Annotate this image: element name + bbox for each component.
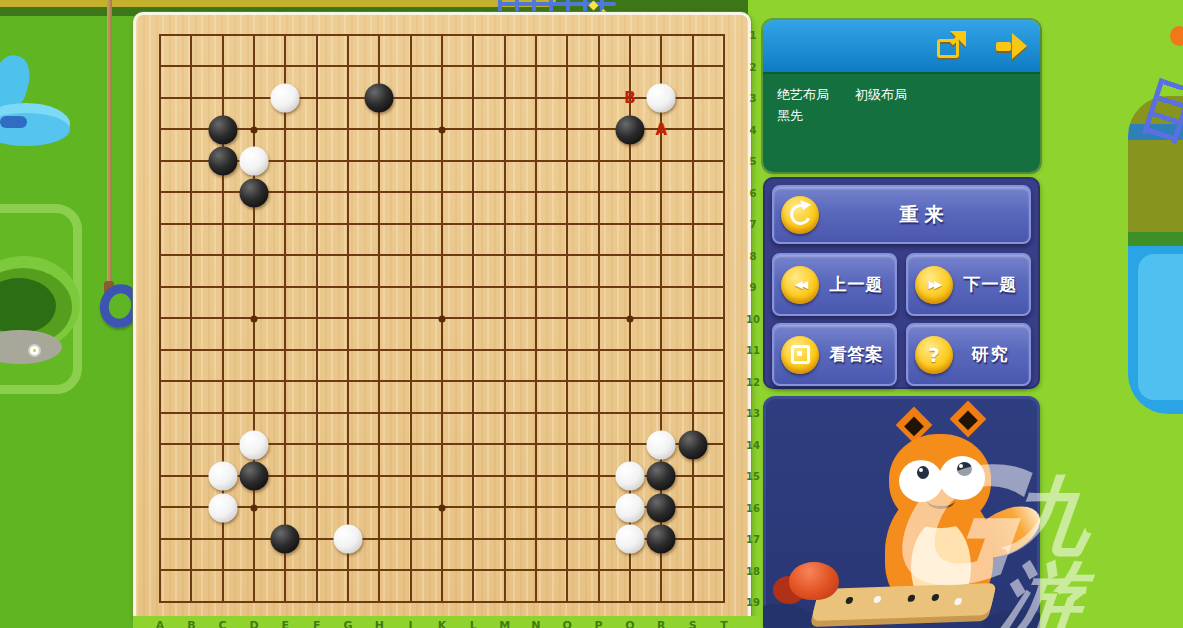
next-problem-button[interactable]: ▶▶ 下一题: [906, 253, 1031, 316]
black-stone: [365, 84, 394, 113]
column-coordinate-label: C: [219, 619, 227, 628]
study-button[interactable]: ? 研究: [906, 323, 1031, 386]
share-icon[interactable]: [934, 29, 968, 63]
fox-mouth: [927, 492, 955, 509]
row-coordinate-label: 8: [743, 250, 763, 261]
black-stone: [271, 525, 300, 554]
row-coordinate-label: 7: [743, 219, 763, 230]
fox-eye: [957, 462, 972, 476]
row-coordinate-label: 16: [743, 502, 763, 513]
black-stone: [615, 115, 644, 144]
answer-frame-icon: [781, 336, 819, 374]
row-coordinate-label: 18: [743, 565, 763, 576]
app-window: 12345678910111213141516171819ABCDEFGHJKL…: [0, 0, 1183, 628]
star-point: [438, 126, 445, 133]
black-stone: [239, 178, 268, 207]
black-stone: [678, 430, 707, 459]
show-answer-label: 看答案: [822, 325, 891, 384]
restart-button-label: 重来: [824, 187, 1025, 242]
column-coordinate-label: S: [689, 619, 697, 628]
column-coordinate-label: G: [343, 619, 352, 628]
star-point: [250, 504, 257, 511]
white-stone: [208, 462, 237, 491]
row-coordinate-label: 10: [743, 313, 763, 324]
leaf-decoration: [983, 610, 1040, 628]
forward-icon[interactable]: [994, 29, 1028, 63]
white-stone: [333, 525, 362, 554]
mini-go-board: [811, 583, 997, 621]
double-left-arrow-icon: ◀◀: [781, 266, 819, 304]
row-coordinate-label: 14: [743, 439, 763, 450]
white-stone: [208, 493, 237, 522]
star-point: [250, 315, 257, 322]
star-point: [438, 315, 445, 322]
previous-problem-label: 上一题: [822, 255, 891, 314]
row-coordinate-label: 12: [743, 376, 763, 387]
fox-ear: [950, 401, 987, 438]
column-coordinate-label: D: [249, 619, 258, 628]
stone-bowl: [789, 562, 839, 600]
column-coordinate-label: L: [470, 619, 477, 628]
black-stone: [239, 462, 268, 491]
double-right-arrow-icon: ▶▶: [915, 266, 953, 304]
problem-series-label: 绝艺布局: [777, 87, 829, 102]
column-coordinate-label: N: [531, 619, 540, 628]
problem-description: 绝艺布局初级布局 黑先: [763, 72, 1040, 172]
row-coordinate-label: 11: [743, 345, 763, 356]
star-point: [626, 315, 633, 322]
white-stone: [647, 430, 676, 459]
white-stone: [615, 493, 644, 522]
show-answer-button[interactable]: 看答案: [772, 323, 897, 386]
row-coordinate-label: 1: [743, 30, 763, 41]
row-coordinate-label: 3: [743, 93, 763, 104]
black-stone: [647, 525, 676, 554]
column-coordinate-label: Q: [625, 619, 634, 628]
problem-level-label: 初级布局: [855, 87, 907, 102]
mascot-panel: [763, 396, 1040, 628]
row-coordinate-label: 2: [743, 61, 763, 72]
question-mark-icon: ?: [915, 336, 953, 374]
column-coordinate-label: P: [595, 619, 603, 628]
controls-panel: 重来 ◀◀ 上一题 ▶▶ 下一题 看答案 ? 研究: [763, 177, 1040, 389]
column-coordinate-label: A: [156, 619, 165, 628]
row-coordinate-label: 15: [743, 471, 763, 482]
previous-problem-button[interactable]: ◀◀ 上一题: [772, 253, 897, 316]
white-stone: [615, 462, 644, 491]
row-coordinate-label: 4: [743, 124, 763, 135]
annotation-label-a: A: [655, 120, 667, 138]
column-coordinate-label: E: [282, 619, 290, 628]
black-stone: [647, 462, 676, 491]
row-coordinate-label: 19: [743, 597, 763, 608]
leaf-decoration: [763, 604, 815, 628]
row-coordinate-label: 6: [743, 187, 763, 198]
column-coordinate-label: M: [499, 619, 510, 628]
black-stone: [208, 147, 237, 176]
star-point: [438, 504, 445, 511]
annotation-label-b: B: [624, 89, 635, 107]
column-coordinate-label: O: [563, 619, 572, 628]
white-stone: [239, 147, 268, 176]
white-stone: [647, 84, 676, 113]
column-coordinate-label: F: [313, 619, 321, 628]
info-card-header: [763, 20, 1040, 72]
star-point: [250, 126, 257, 133]
next-problem-label: 下一题: [956, 255, 1025, 314]
restart-button[interactable]: 重来: [772, 185, 1031, 244]
refresh-icon: [781, 196, 819, 234]
row-coordinate-label: 9: [743, 282, 763, 293]
black-stone: [208, 115, 237, 144]
row-coordinate-label: 13: [743, 408, 763, 419]
column-coordinate-label: T: [720, 619, 728, 628]
fox-eye: [917, 466, 929, 479]
column-coordinate-label: H: [375, 619, 384, 628]
white-stone: [271, 84, 300, 113]
white-stone: [615, 525, 644, 554]
row-coordinate-label: 17: [743, 534, 763, 545]
row-coordinate-label: 5: [743, 156, 763, 167]
study-label: 研究: [956, 325, 1025, 384]
problem-info-card: 绝艺布局初级布局 黑先: [763, 20, 1040, 172]
white-stone: [239, 430, 268, 459]
column-coordinate-label: J: [409, 619, 413, 628]
black-stone: [647, 493, 676, 522]
column-coordinate-label: K: [438, 619, 447, 628]
column-coordinate-label: B: [187, 619, 195, 628]
to-move-label: 黑先: [777, 105, 1040, 126]
column-coordinate-label: R: [657, 619, 665, 628]
